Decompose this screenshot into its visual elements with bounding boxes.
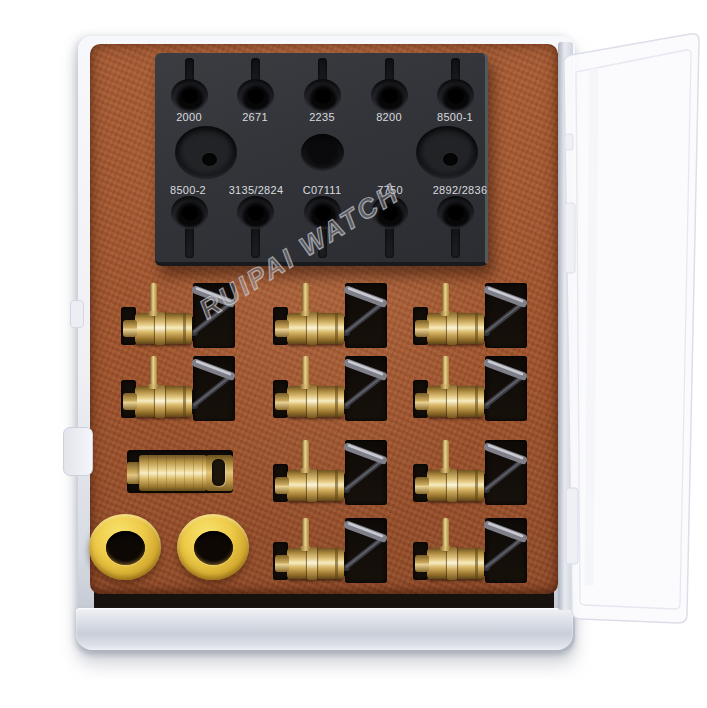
winder-arbor-tip <box>415 320 429 337</box>
lid-hinge-tab <box>565 203 575 273</box>
winder-body <box>427 470 484 501</box>
lid-highlight <box>589 68 594 586</box>
winder-arbor-tip <box>123 393 137 410</box>
winder-station <box>413 440 533 506</box>
recess-pinhole <box>443 153 458 166</box>
winder-station <box>273 356 393 422</box>
caliber-label: 8200 <box>376 111 402 123</box>
caliber-plate: 2000 2671 2235 8200 8500-1 8500-2 3135/2… <box>155 53 488 266</box>
winder-body <box>135 313 192 344</box>
winder-arbor-tip <box>275 555 289 572</box>
winder-pin <box>442 518 449 550</box>
barrel-tool-slot <box>212 459 225 486</box>
lid-outer-edge <box>564 34 699 623</box>
plate-bore <box>171 196 208 229</box>
product-photo: 2000 2671 2235 8200 8500-1 8500-2 3135/2… <box>0 0 707 708</box>
winder-body <box>287 548 344 579</box>
winder-pin <box>442 356 449 388</box>
winder-arbor-tip <box>415 477 429 494</box>
winder-arbor-tip <box>275 477 289 494</box>
winder-station <box>273 440 393 506</box>
caliber-label: 8500-2 <box>170 184 206 196</box>
plate-bore <box>304 196 341 229</box>
caliber-label: 2671 <box>242 111 268 123</box>
box-front-wall <box>76 608 573 650</box>
plate-bore <box>237 196 274 229</box>
box-lid <box>552 26 707 640</box>
box-latch-notch <box>70 300 84 328</box>
gold-ring-hole <box>194 531 233 565</box>
plate-bore <box>304 79 341 112</box>
winder-pin <box>442 283 449 315</box>
gold-ring-hole <box>106 531 145 565</box>
gold-ring <box>177 514 249 580</box>
recess-pinhole <box>202 153 217 166</box>
winder-station <box>273 518 393 584</box>
plate-large-recess <box>416 126 478 179</box>
plate-bore <box>437 196 474 229</box>
winder-pin <box>442 440 449 472</box>
winder-pin <box>302 283 309 315</box>
plate-bore <box>371 79 408 112</box>
lid-hinge-tab <box>566 488 578 564</box>
caliber-label: 3135/2824 <box>229 184 284 196</box>
plate-bore <box>371 196 408 229</box>
winder-pin <box>150 283 157 315</box>
winder-station <box>273 283 393 349</box>
gold-ring <box>89 514 161 580</box>
barrel-tool-body <box>139 455 207 491</box>
caliber-label: 7750 <box>377 184 403 196</box>
winder-station <box>121 283 241 349</box>
caliber-label: 2000 <box>176 111 202 123</box>
winder-body <box>427 386 484 417</box>
plate-bore <box>237 79 274 112</box>
plate-bore <box>437 79 474 112</box>
box-latch-tab <box>63 427 93 476</box>
winder-body <box>287 386 344 417</box>
winder-arbor-tip <box>275 393 289 410</box>
winder-body <box>427 313 484 344</box>
winder-pin <box>302 440 309 472</box>
winder-arbor-tip <box>123 320 137 337</box>
winder-body <box>427 548 484 579</box>
winder-body <box>287 470 344 501</box>
caliber-label: 2892/2836 <box>433 184 488 196</box>
winder-station <box>413 356 533 422</box>
winder-pin <box>150 356 157 388</box>
winder-arbor-tip <box>415 555 429 572</box>
winder-arbor-tip <box>415 393 429 410</box>
plate-bore <box>171 79 208 112</box>
plate-large-recess <box>175 126 237 179</box>
winder-body <box>287 313 344 344</box>
winder-station <box>121 356 241 422</box>
caliber-label: 8500-1 <box>437 111 473 123</box>
winder-body <box>135 386 192 417</box>
caliber-label: 2235 <box>309 111 335 123</box>
plate-medium-recess <box>301 134 344 171</box>
caliber-label: C07111 <box>303 184 342 196</box>
lid-latch-slot <box>565 134 573 150</box>
winder-arbor-tip <box>275 320 289 337</box>
winder-pin <box>302 518 309 550</box>
winder-station <box>413 518 533 584</box>
winder-station <box>413 283 533 349</box>
winder-pin <box>302 356 309 388</box>
